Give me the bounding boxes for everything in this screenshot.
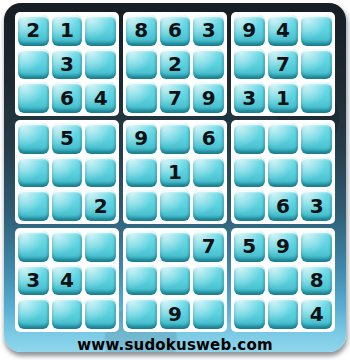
cell-r4c3[interactable] xyxy=(85,123,116,154)
cell-r2c7[interactable] xyxy=(234,49,265,80)
cell-r6c2[interactable] xyxy=(52,190,83,221)
cell-r5c5[interactable]: 1 xyxy=(160,157,191,188)
cell-r5c9[interactable] xyxy=(301,157,332,188)
cell-r6c4[interactable] xyxy=(126,190,157,221)
cell-r8c4[interactable] xyxy=(126,265,157,296)
cell-r6c7[interactable] xyxy=(234,190,265,221)
box-1-2: 863279 xyxy=(123,12,227,116)
cell-r4c9[interactable] xyxy=(301,123,332,154)
cell-r3c1[interactable] xyxy=(18,82,49,113)
cell-r4c4[interactable]: 9 xyxy=(126,123,157,154)
cell-r6c3[interactable]: 2 xyxy=(85,190,116,221)
cell-r2c6[interactable] xyxy=(193,49,224,80)
box-3-2: 79 xyxy=(123,228,227,332)
cell-r5c6[interactable] xyxy=(193,157,224,188)
cell-r3c6[interactable]: 9 xyxy=(193,82,224,113)
cell-r4c8[interactable] xyxy=(268,123,299,154)
cell-r7c9[interactable] xyxy=(301,231,332,262)
cell-r2c3[interactable] xyxy=(85,49,116,80)
cell-r5c1[interactable] xyxy=(18,157,49,188)
cell-r9c6[interactable] xyxy=(193,298,224,329)
cell-r9c3[interactable] xyxy=(85,298,116,329)
cell-r5c8[interactable] xyxy=(268,157,299,188)
cell-r4c1[interactable] xyxy=(18,123,49,154)
cell-r9c7[interactable] xyxy=(234,298,265,329)
cell-r6c1[interactable] xyxy=(18,190,49,221)
cell-r3c5[interactable]: 7 xyxy=(160,82,191,113)
cell-r1c1[interactable]: 2 xyxy=(18,15,49,46)
cell-r6c8[interactable]: 6 xyxy=(268,190,299,221)
cell-r9c5[interactable]: 9 xyxy=(160,298,191,329)
cell-r1c9[interactable] xyxy=(301,15,332,46)
cell-r8c1[interactable]: 3 xyxy=(18,265,49,296)
box-3-3: 5984 xyxy=(231,228,335,332)
site-footer: www.sudokusweb.com xyxy=(13,332,337,358)
cell-r3c4[interactable] xyxy=(126,82,157,113)
cell-r7c6[interactable]: 7 xyxy=(193,231,224,262)
box-2-3: 63 xyxy=(231,120,335,224)
cell-r8c8[interactable] xyxy=(268,265,299,296)
box-3-1: 34 xyxy=(15,228,119,332)
cell-r3c3[interactable]: 4 xyxy=(85,82,116,113)
cell-r4c6[interactable]: 6 xyxy=(193,123,224,154)
cell-r8c6[interactable] xyxy=(193,265,224,296)
board-frame: 2136486327994731529616334795984 www.sudo… xyxy=(4,3,346,352)
cell-r1c4[interactable]: 8 xyxy=(126,15,157,46)
cell-r4c2[interactable]: 5 xyxy=(52,123,83,154)
cell-r9c9[interactable]: 4 xyxy=(301,298,332,329)
cell-r3c8[interactable]: 1 xyxy=(268,82,299,113)
box-2-1: 52 xyxy=(15,120,119,224)
cell-r1c5[interactable]: 6 xyxy=(160,15,191,46)
cell-r2c2[interactable]: 3 xyxy=(52,49,83,80)
box-1-1: 21364 xyxy=(15,12,119,116)
cell-r8c3[interactable] xyxy=(85,265,116,296)
cell-r7c7[interactable]: 5 xyxy=(234,231,265,262)
cell-r9c4[interactable] xyxy=(126,298,157,329)
cell-r7c8[interactable]: 9 xyxy=(268,231,299,262)
cell-r2c8[interactable]: 7 xyxy=(268,49,299,80)
cell-r1c2[interactable]: 1 xyxy=(52,15,83,46)
cell-r9c1[interactable] xyxy=(18,298,49,329)
box-1-3: 94731 xyxy=(231,12,335,116)
cell-r1c8[interactable]: 4 xyxy=(268,15,299,46)
cell-r3c7[interactable]: 3 xyxy=(234,82,265,113)
box-2-2: 961 xyxy=(123,120,227,224)
cell-r6c5[interactable] xyxy=(160,190,191,221)
cell-r8c2[interactable]: 4 xyxy=(52,265,83,296)
cell-r8c9[interactable]: 8 xyxy=(301,265,332,296)
cell-r5c4[interactable] xyxy=(126,157,157,188)
cell-r5c7[interactable] xyxy=(234,157,265,188)
cell-r5c3[interactable] xyxy=(85,157,116,188)
cell-r4c7[interactable] xyxy=(234,123,265,154)
cell-r3c2[interactable]: 6 xyxy=(52,82,83,113)
cell-r7c3[interactable] xyxy=(85,231,116,262)
cell-r7c1[interactable] xyxy=(18,231,49,262)
cell-r9c2[interactable] xyxy=(52,298,83,329)
cell-r1c3[interactable] xyxy=(85,15,116,46)
cell-r2c4[interactable] xyxy=(126,49,157,80)
cell-r7c2[interactable] xyxy=(52,231,83,262)
cell-r8c7[interactable] xyxy=(234,265,265,296)
cell-r1c7[interactable]: 9 xyxy=(234,15,265,46)
cell-r2c5[interactable]: 2 xyxy=(160,49,191,80)
sudoku-board: 2136486327994731529616334795984 xyxy=(15,12,335,332)
cell-r6c6[interactable] xyxy=(193,190,224,221)
cell-r7c4[interactable] xyxy=(126,231,157,262)
cell-r5c2[interactable] xyxy=(52,157,83,188)
cell-r3c9[interactable] xyxy=(301,82,332,113)
cell-r4c5[interactable] xyxy=(160,123,191,154)
cell-r2c9[interactable] xyxy=(301,49,332,80)
cell-r7c5[interactable] xyxy=(160,231,191,262)
cell-r1c6[interactable]: 3 xyxy=(193,15,224,46)
cell-r6c9[interactable]: 3 xyxy=(301,190,332,221)
site-url-link[interactable]: www.sudokusweb.com xyxy=(77,336,272,354)
cell-r9c8[interactable] xyxy=(268,298,299,329)
cell-r2c1[interactable] xyxy=(18,49,49,80)
cell-r8c5[interactable] xyxy=(160,265,191,296)
